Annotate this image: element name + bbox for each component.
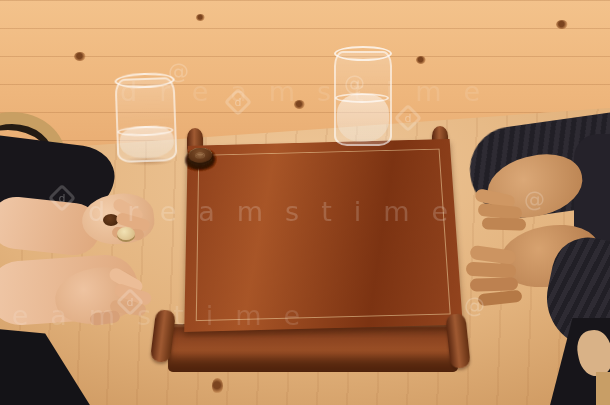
wood-knot xyxy=(196,14,205,21)
wood-knot xyxy=(556,20,568,29)
corner-wood-patch xyxy=(596,372,610,405)
water-glass-left xyxy=(115,77,178,163)
water-surface xyxy=(335,93,389,103)
wood-knot xyxy=(294,100,305,109)
piece-dark[interactable]: ⛂ xyxy=(188,147,212,162)
wood-knot xyxy=(416,56,426,64)
finger xyxy=(482,217,526,231)
board-frame: ⛀⛀⛂⛀⛀⛂⛀⛂⛂⛀⛂⛂⛀⛀⛂⛀⛂⛂⛀⛀⛂⛀⛂⛂ xyxy=(184,139,463,332)
board-grid: ⛀⛀⛂⛀⛀⛂⛀⛂⛂⛀⛂⛂⛀⛀⛂⛀⛂⛂⛀⛀⛂⛀⛂⛂ xyxy=(198,150,449,319)
finger xyxy=(466,262,517,279)
photo-checkers-scene: ⛀⛀⛂⛀⛀⛂⛀⛂⛂⛀⛂⛂⛀⛀⛂⛀⛂⛂⛀⛀⛂⛀⛂⛂ xyxy=(0,0,610,405)
finger xyxy=(470,277,518,292)
water-glass-right xyxy=(334,51,392,146)
wood-knot xyxy=(74,52,86,61)
checkers-board: ⛀⛀⛂⛀⛀⛂⛀⛂⛂⛀⛂⛂⛀⛀⛂⛀⛂⛂⛀⛀⛂⛀⛂⛂ xyxy=(184,139,463,332)
table-knot xyxy=(212,378,223,394)
captured-piece-light xyxy=(117,227,135,240)
glass-rim xyxy=(334,46,392,61)
board-playing-area: ⛀⛀⛂⛀⛀⛂⛀⛂⛂⛀⛂⛂⛀⛀⛂⛀⛂⛂⛀⛀⛂⛀⛂⛂ xyxy=(196,149,451,321)
